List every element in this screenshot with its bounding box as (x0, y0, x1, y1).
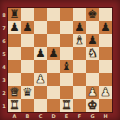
square-a6[interactable] (8, 34, 21, 47)
square-d2[interactable] (47, 86, 60, 99)
square-e4[interactable]: ♝ (60, 60, 73, 73)
square-d7[interactable] (47, 21, 60, 34)
rank-label-4: 4 (0, 60, 8, 73)
square-e6[interactable] (60, 34, 73, 47)
rank-label-3: 3 (0, 73, 8, 86)
piece-black-rook[interactable]: ♜ (8, 7, 21, 21)
square-b4[interactable] (21, 60, 34, 73)
square-c1[interactable] (34, 99, 47, 112)
file-label-h: H (99, 112, 112, 120)
square-d4[interactable] (47, 60, 60, 73)
rank-label-8: 8 (0, 8, 8, 21)
square-g4[interactable] (86, 60, 99, 73)
square-e1[interactable]: ♜ (60, 99, 73, 112)
square-f3[interactable] (73, 73, 86, 86)
rank-label-5: 5 (0, 47, 8, 60)
square-h6[interactable] (99, 34, 112, 47)
square-h7[interactable]: ♟ (99, 21, 112, 34)
square-g8[interactable]: ♚ (86, 8, 99, 21)
square-h2[interactable]: ♟ (99, 86, 112, 99)
square-b6[interactable] (21, 34, 34, 47)
square-d5[interactable]: ♟ (47, 47, 60, 60)
square-b1[interactable] (21, 99, 34, 112)
square-a1[interactable]: ♜ (8, 99, 21, 112)
file-label-a: A (8, 112, 21, 120)
square-a4[interactable] (8, 60, 21, 73)
piece-black-queen[interactable]: ♛ (21, 85, 34, 99)
piece-black-king[interactable]: ♚ (86, 7, 99, 21)
piece-black-pawn[interactable]: ♟ (86, 33, 99, 47)
piece-black-pawn[interactable]: ♟ (34, 46, 47, 60)
square-f6[interactable]: ♝ (73, 34, 86, 47)
square-f5[interactable] (73, 47, 86, 60)
square-d3[interactable] (47, 73, 60, 86)
square-c8[interactable] (34, 8, 47, 21)
file-label-f: F (73, 112, 86, 120)
square-b7[interactable]: ♟ (21, 21, 34, 34)
piece-black-bishop[interactable]: ♝ (60, 59, 73, 73)
square-c5[interactable]: ♟ (34, 47, 47, 60)
square-f2[interactable] (73, 86, 86, 99)
piece-white-queen[interactable]: ♛ (8, 85, 21, 99)
square-f1[interactable] (73, 99, 86, 112)
piece-black-pawn[interactable]: ♟ (47, 46, 60, 60)
square-b2[interactable]: ♛ (21, 86, 34, 99)
square-h4[interactable] (99, 60, 112, 73)
piece-black-pawn[interactable]: ♟ (21, 20, 34, 34)
square-b5[interactable] (21, 47, 34, 60)
piece-white-pawn[interactable]: ♟ (99, 85, 112, 99)
piece-white-pawn[interactable]: ♟ (34, 72, 47, 86)
square-h1[interactable] (99, 99, 112, 112)
piece-white-rook[interactable]: ♜ (60, 98, 73, 112)
square-g1[interactable]: ♚ (86, 99, 99, 112)
piece-white-pawn[interactable]: ♟ (86, 85, 99, 99)
file-label-g: G (86, 112, 99, 120)
file-labels: ABCDEFGH (8, 112, 112, 120)
square-c3[interactable]: ♟ (34, 73, 47, 86)
piece-white-bishop[interactable]: ♝ (73, 33, 86, 47)
rank-label-2: 2 (0, 86, 8, 99)
piece-black-pawn[interactable]: ♟ (8, 20, 21, 34)
piece-black-pawn[interactable]: ♟ (73, 20, 86, 34)
piece-white-king[interactable]: ♚ (86, 98, 99, 112)
file-label-c: C (34, 112, 47, 120)
piece-white-knight[interactable]: ♞ (86, 46, 99, 60)
square-a7[interactable]: ♟ (8, 21, 21, 34)
square-g5[interactable]: ♞ (86, 47, 99, 60)
chess-board[interactable]: ♜♚♟♟♟♟♝♟♟♟♞♝♟♛♛♟♟♜♜♚ (8, 8, 112, 112)
piece-white-rook[interactable]: ♜ (8, 98, 21, 112)
square-f4[interactable] (73, 60, 86, 73)
square-e3[interactable] (60, 73, 73, 86)
chess-diagram: 87654321 ♜♚♟♟♟♟♝♟♟♟♞♝♟♛♛♟♟♜♜♚ ABCDEFGH (0, 0, 120, 120)
file-label-b: B (21, 112, 34, 120)
rank-label-6: 6 (0, 34, 8, 47)
square-a5[interactable] (8, 47, 21, 60)
piece-black-pawn[interactable]: ♟ (99, 20, 112, 34)
square-h5[interactable] (99, 47, 112, 60)
file-label-d: D (47, 112, 60, 120)
rank-labels: 87654321 (0, 8, 8, 112)
square-c7[interactable] (34, 21, 47, 34)
file-label-e: E (60, 112, 73, 120)
square-e8[interactable] (60, 8, 73, 21)
rank-label-1: 1 (0, 99, 8, 112)
rank-label-7: 7 (0, 21, 8, 34)
square-d8[interactable] (47, 8, 60, 21)
square-e7[interactable] (60, 21, 73, 34)
square-c2[interactable] (34, 86, 47, 99)
square-d1[interactable] (47, 99, 60, 112)
